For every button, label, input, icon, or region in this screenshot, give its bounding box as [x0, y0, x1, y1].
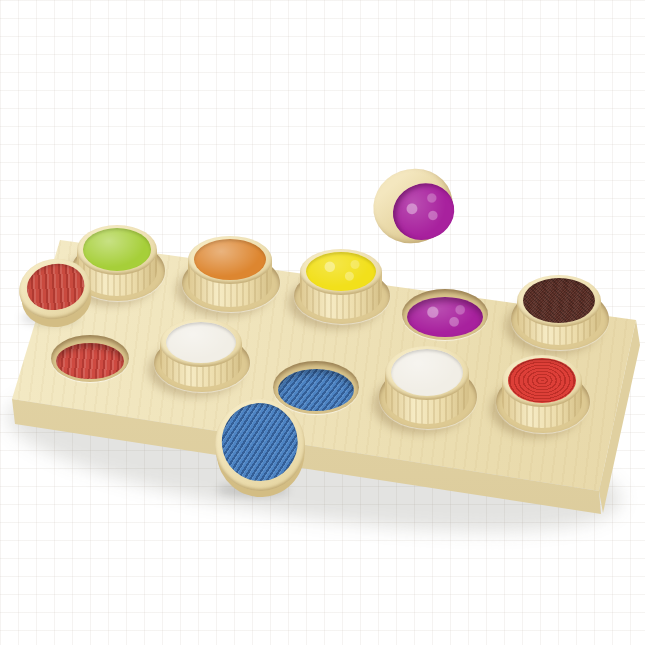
recess-face [56, 343, 124, 379]
disc-purple-loose[interactable] [363, 158, 463, 255]
disc-face [391, 349, 463, 396]
disc-face [306, 252, 376, 291]
recess-purple-recessed[interactable] [402, 289, 488, 340]
disc-red-right[interactable] [502, 355, 582, 428]
scene [0, 0, 645, 645]
disc-face [523, 278, 595, 323]
recess-face [407, 297, 483, 337]
disc-dark-brown[interactable] [517, 275, 601, 345]
disc-yellow[interactable] [300, 249, 382, 319]
disc-face [83, 228, 151, 271]
disc-face [508, 358, 576, 403]
disc-orange[interactable] [188, 236, 272, 307]
disc-layer [0, 0, 645, 645]
disc-white-left[interactable] [160, 319, 242, 387]
disc-face [166, 322, 236, 363]
disc-red-loose[interactable] [14, 253, 95, 325]
disc-face [194, 239, 266, 280]
recess-red-recessed[interactable] [51, 335, 129, 382]
disc-white-right[interactable] [385, 346, 469, 424]
disc-blue-loose[interactable] [211, 395, 309, 494]
